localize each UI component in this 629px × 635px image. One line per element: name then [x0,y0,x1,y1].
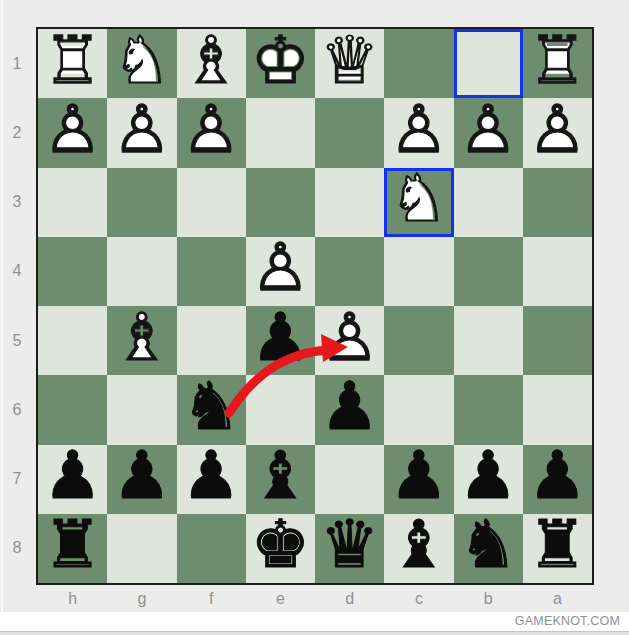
file-label-h: h [38,586,107,612]
square-g2[interactable]: ♟♙ [107,98,176,167]
square-d7[interactable] [315,445,384,514]
site-watermark: GAMEKNOT.COM [515,614,620,628]
square-h2[interactable]: ♟♙ [38,98,107,167]
piece-wQ-d1[interactable]: ♛♕ [315,29,384,98]
square-c5[interactable] [384,306,453,375]
piece-bP-h7[interactable]: ♟ [38,445,107,514]
rank-label-4: 4 [0,237,34,306]
rank-label-6: 6 [0,375,34,444]
square-e6[interactable] [246,375,315,444]
square-g3[interactable] [107,168,176,237]
square-d8[interactable]: ♛ [315,514,384,583]
square-b4[interactable] [454,237,523,306]
file-label-a: a [523,586,592,612]
piece-wB-g5[interactable]: ♝♗ [107,306,176,375]
square-a8[interactable]: ♜ [523,514,592,583]
rank-label-8: 8 [0,514,34,583]
square-b1[interactable] [454,29,523,98]
piece-wN-c3[interactable]: ♞♘ [384,168,453,237]
square-d5[interactable]: ♟♙ [315,306,384,375]
rank-label-5: 5 [0,306,34,375]
square-b3[interactable] [454,168,523,237]
square-g8[interactable] [107,514,176,583]
square-e8[interactable]: ♚ [246,514,315,583]
square-c4[interactable] [384,237,453,306]
piece-bN-f6[interactable]: ♞ [177,375,246,444]
file-label-f: f [177,586,246,612]
square-c6[interactable] [384,375,453,444]
piece-wB-f1[interactable]: ♝♗ [177,29,246,98]
file-label-e: e [246,586,315,612]
square-a2[interactable]: ♟♙ [523,98,592,167]
square-g1[interactable]: ♞♘ [107,29,176,98]
square-b8[interactable]: ♞ [454,514,523,583]
rank-labels: 12345678 [0,29,34,583]
square-h7[interactable]: ♟ [38,445,107,514]
file-label-g: g [107,586,176,612]
piece-wP-g2[interactable]: ♟♙ [107,98,176,167]
square-d6[interactable]: ♟ [315,375,384,444]
square-c8[interactable]: ♝ [384,514,453,583]
piece-wP-a2[interactable]: ♟♙ [523,98,592,167]
chess-board[interactable]: ♜♖♞♘♝♗♚♔♛♕♜♖♟♙♟♙♟♙♟♙♟♙♟♙♞♘♟♙♝♗♟♟♙♞♟♟♟♟♝♟… [36,27,594,585]
square-c2[interactable]: ♟♙ [384,98,453,167]
square-a5[interactable] [523,306,592,375]
square-h3[interactable] [38,168,107,237]
square-c1[interactable] [384,29,453,98]
square-g4[interactable] [107,237,176,306]
square-e4[interactable]: ♟♙ [246,237,315,306]
rank-label-1: 1 [0,29,34,98]
square-b2[interactable]: ♟♙ [454,98,523,167]
square-e1[interactable]: ♚♔ [246,29,315,98]
square-a3[interactable] [523,168,592,237]
piece-wP-e4[interactable]: ♟♙ [246,237,315,306]
square-d1[interactable]: ♛♕ [315,29,384,98]
square-c7[interactable]: ♟ [384,445,453,514]
piece-bR-a8[interactable]: ♜ [523,514,592,583]
piece-wP-f2[interactable]: ♟♙ [177,98,246,167]
piece-bP-d6[interactable]: ♟ [315,375,384,444]
square-f6[interactable]: ♞ [177,375,246,444]
piece-bQ-d8[interactable]: ♛ [315,514,384,583]
square-g7[interactable]: ♟ [107,445,176,514]
piece-bN-b8[interactable]: ♞ [454,514,523,583]
piece-wK-e1[interactable]: ♚♔ [246,29,315,98]
piece-wP-b2[interactable]: ♟♙ [454,98,523,167]
square-f7[interactable]: ♟ [177,445,246,514]
square-f2[interactable]: ♟♙ [177,98,246,167]
square-f8[interactable] [177,514,246,583]
rank-label-2: 2 [0,98,34,167]
piece-bP-a7[interactable]: ♟ [523,445,592,514]
rank-label-7: 7 [0,445,34,514]
piece-wR-h1[interactable]: ♜♖ [38,29,107,98]
file-labels: hgfedcba [38,586,592,612]
square-b6[interactable] [454,375,523,444]
square-a1[interactable]: ♜♖ [523,29,592,98]
file-label-d: d [315,586,384,612]
square-d3[interactable] [315,168,384,237]
square-d4[interactable] [315,237,384,306]
square-e3[interactable] [246,168,315,237]
square-a7[interactable]: ♟ [523,445,592,514]
square-g5[interactable]: ♝♗ [107,306,176,375]
square-h1[interactable]: ♜♖ [38,29,107,98]
square-a4[interactable] [523,237,592,306]
piece-bP-c7[interactable]: ♟ [384,445,453,514]
square-c3[interactable]: ♞♘ [384,168,453,237]
piece-bP-e5[interactable]: ♟ [246,306,315,375]
square-f1[interactable]: ♝♗ [177,29,246,98]
piece-bP-g7[interactable]: ♟ [107,445,176,514]
square-a6[interactable] [523,375,592,444]
square-e2[interactable] [246,98,315,167]
file-label-c: c [384,586,453,612]
square-h8[interactable]: ♜ [38,514,107,583]
square-h4[interactable] [38,237,107,306]
piece-wP-h2[interactable]: ♟♙ [38,98,107,167]
square-f3[interactable] [177,168,246,237]
square-h5[interactable] [38,306,107,375]
square-d2[interactable] [315,98,384,167]
piece-bK-e8[interactable]: ♚ [246,514,315,583]
piece-bP-f7[interactable]: ♟ [177,445,246,514]
square-e7[interactable]: ♝ [246,445,315,514]
piece-wP-d5[interactable]: ♟♙ [315,306,384,375]
footer-strip: GAMEKNOT.COM [0,612,629,631]
piece-bB-c8[interactable]: ♝ [384,514,453,583]
piece-bB-e7[interactable]: ♝ [246,445,315,514]
piece-wP-c2[interactable]: ♟♙ [384,98,453,167]
piece-bP-b7[interactable]: ♟ [454,445,523,514]
file-label-b: b [454,586,523,612]
square-h6[interactable] [38,375,107,444]
square-e5[interactable]: ♟ [246,306,315,375]
piece-wN-g1[interactable]: ♞♘ [107,29,176,98]
square-g6[interactable] [107,375,176,444]
rank-label-3: 3 [0,168,34,237]
piece-bR-h8[interactable]: ♜ [38,514,107,583]
footer-divider-bar [0,631,629,635]
square-f5[interactable] [177,306,246,375]
piece-wR-a1[interactable]: ♜♖ [523,29,592,98]
square-f4[interactable] [177,237,246,306]
square-b7[interactable]: ♟ [454,445,523,514]
square-b5[interactable] [454,306,523,375]
